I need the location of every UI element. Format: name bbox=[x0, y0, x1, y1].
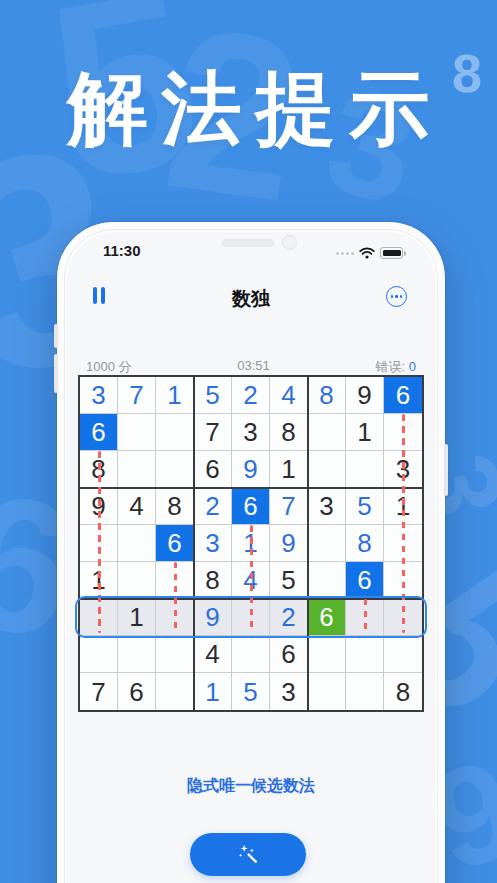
cell-r8c3[interactable] bbox=[156, 636, 194, 673]
magic-wand-icon bbox=[235, 842, 261, 868]
cell-r6c8[interactable]: 6 bbox=[346, 562, 384, 599]
stats-row: 1000 分 03:51 错误: 0 bbox=[79, 358, 423, 376]
cell-r5c9[interactable] bbox=[384, 525, 422, 562]
cell-r5c8[interactable]: 8 bbox=[346, 525, 384, 562]
cell-r5c2[interactable] bbox=[118, 525, 156, 562]
cell-r6c9[interactable] bbox=[384, 562, 422, 599]
cell-r9c5[interactable]: 5 bbox=[232, 673, 270, 710]
cell-r1c1[interactable]: 3 bbox=[80, 377, 118, 414]
phone-mockup: 11:30 数独 1000 分 03:51 错误: 0 bbox=[57, 222, 445, 883]
status-time: 11:30 bbox=[103, 242, 141, 259]
cell-r3c8[interactable] bbox=[346, 451, 384, 488]
cell-r7c8[interactable] bbox=[346, 599, 384, 636]
cell-r2c1[interactable]: 6 bbox=[80, 414, 118, 451]
cell-r9c4[interactable]: 1 bbox=[194, 673, 232, 710]
cell-r4c5[interactable]: 6 bbox=[232, 488, 270, 525]
cell-r4c6[interactable]: 7 bbox=[270, 488, 308, 525]
cell-r4c1[interactable]: 9 bbox=[80, 488, 118, 525]
cell-r8c4[interactable]: 4 bbox=[194, 636, 232, 673]
cell-r4c7[interactable]: 3 bbox=[308, 488, 346, 525]
cell-r7c7[interactable]: 6 bbox=[308, 599, 346, 636]
hint-wand-button[interactable] bbox=[190, 833, 306, 876]
cell-r1c6[interactable]: 4 bbox=[270, 377, 308, 414]
volume-button bbox=[54, 354, 58, 393]
cell-r2c3[interactable] bbox=[156, 414, 194, 451]
cell-r6c2[interactable] bbox=[118, 562, 156, 599]
cell-r3c1[interactable]: 8 bbox=[80, 451, 118, 488]
cell-r2c6[interactable]: 8 bbox=[270, 414, 308, 451]
cell-r8c7[interactable] bbox=[308, 636, 346, 673]
cell-r4c3[interactable]: 8 bbox=[156, 488, 194, 525]
cell-r2c2[interactable] bbox=[118, 414, 156, 451]
wifi-icon bbox=[359, 247, 375, 259]
cell-r5c4[interactable]: 3 bbox=[194, 525, 232, 562]
cell-r3c2[interactable] bbox=[118, 451, 156, 488]
cell-r8c6[interactable]: 6 bbox=[270, 636, 308, 673]
cell-r9c9[interactable]: 8 bbox=[384, 673, 422, 710]
more-options-button[interactable] bbox=[386, 286, 407, 307]
cell-r7c6[interactable]: 2 bbox=[270, 599, 308, 636]
phone-screen: 11:30 数独 1000 分 03:51 错误: 0 bbox=[67, 232, 435, 883]
cell-r7c1[interactable] bbox=[80, 599, 118, 636]
battery-icon bbox=[380, 247, 403, 259]
cell-r7c5[interactable] bbox=[232, 599, 270, 636]
cell-r6c6[interactable]: 5 bbox=[270, 562, 308, 599]
cell-r2c7[interactable] bbox=[308, 414, 346, 451]
cell-r3c3[interactable] bbox=[156, 451, 194, 488]
cell-r4c9[interactable]: 1 bbox=[384, 488, 422, 525]
cell-r5c3[interactable]: 6 bbox=[156, 525, 194, 562]
cell-r1c4[interactable]: 5 bbox=[194, 377, 232, 414]
cell-r5c6[interactable]: 9 bbox=[270, 525, 308, 562]
cell-r9c2[interactable]: 6 bbox=[118, 673, 156, 710]
cell-r4c4[interactable]: 2 bbox=[194, 488, 232, 525]
cell-r7c3[interactable] bbox=[156, 599, 194, 636]
cell-r6c7[interactable] bbox=[308, 562, 346, 599]
cell-r1c2[interactable]: 7 bbox=[118, 377, 156, 414]
cell-r9c8[interactable] bbox=[346, 673, 384, 710]
front-camera bbox=[282, 235, 297, 250]
timer-text: 03:51 bbox=[237, 358, 270, 376]
cell-r9c3[interactable] bbox=[156, 673, 194, 710]
cell-r6c5[interactable]: 4 bbox=[232, 562, 270, 599]
marketing-title: 解法提示 bbox=[0, 56, 497, 164]
cell-r1c8[interactable]: 9 bbox=[346, 377, 384, 414]
page-title: 数独 bbox=[67, 286, 435, 312]
status-icons bbox=[336, 247, 403, 259]
cell-r3c4[interactable]: 6 bbox=[194, 451, 232, 488]
cell-r7c4[interactable]: 9 bbox=[194, 599, 232, 636]
sudoku-board: 3715248966738186913948267351631981845619… bbox=[78, 375, 424, 712]
cell-r8c8[interactable] bbox=[346, 636, 384, 673]
cell-r3c7[interactable] bbox=[308, 451, 346, 488]
cell-r8c2[interactable] bbox=[118, 636, 156, 673]
errors-count: 0 bbox=[409, 359, 416, 374]
cell-r5c1[interactable] bbox=[80, 525, 118, 562]
cell-r3c6[interactable]: 1 bbox=[270, 451, 308, 488]
power-button bbox=[444, 444, 448, 496]
cell-r6c3[interactable] bbox=[156, 562, 194, 599]
cell-r5c7[interactable] bbox=[308, 525, 346, 562]
cell-r9c1[interactable]: 7 bbox=[80, 673, 118, 710]
cell-r2c5[interactable]: 3 bbox=[232, 414, 270, 451]
cell-r2c9[interactable] bbox=[384, 414, 422, 451]
cell-r1c5[interactable]: 2 bbox=[232, 377, 270, 414]
cell-r1c7[interactable]: 8 bbox=[308, 377, 346, 414]
signal-dots-icon bbox=[336, 252, 354, 255]
cell-r9c6[interactable]: 3 bbox=[270, 673, 308, 710]
cell-r5c5[interactable]: 1 bbox=[232, 525, 270, 562]
cell-r2c8[interactable]: 1 bbox=[346, 414, 384, 451]
app-store-screenshot: 528336359 解法提示 11:30 数独 bbox=[0, 0, 497, 883]
cell-r9c7[interactable] bbox=[308, 673, 346, 710]
cell-r1c3[interactable]: 1 bbox=[156, 377, 194, 414]
cell-r2c4[interactable]: 7 bbox=[194, 414, 232, 451]
cell-r3c5[interactable]: 9 bbox=[232, 451, 270, 488]
cell-r8c9[interactable] bbox=[384, 636, 422, 673]
cell-r1c9[interactable]: 6 bbox=[384, 377, 422, 414]
cell-r6c4[interactable]: 8 bbox=[194, 562, 232, 599]
score-text: 1000 分 bbox=[86, 358, 132, 376]
cell-r6c1[interactable]: 1 bbox=[80, 562, 118, 599]
cell-r4c2[interactable]: 4 bbox=[118, 488, 156, 525]
technique-label: 隐式唯一候选数法 bbox=[67, 776, 435, 797]
mute-switch bbox=[54, 324, 58, 348]
cell-r4c8[interactable]: 5 bbox=[346, 488, 384, 525]
cell-r7c9[interactable] bbox=[384, 599, 422, 636]
speaker-grille bbox=[222, 239, 274, 247]
cell-r3c9[interactable]: 3 bbox=[384, 451, 422, 488]
cell-r7c2[interactable]: 1 bbox=[118, 599, 156, 636]
errors-text: 错误: 0 bbox=[376, 358, 416, 376]
sudoku-grid: 3715248966738186913948267351631981845619… bbox=[80, 377, 422, 710]
cell-r8c1[interactable] bbox=[80, 636, 118, 673]
cell-r8c5[interactable] bbox=[232, 636, 270, 673]
